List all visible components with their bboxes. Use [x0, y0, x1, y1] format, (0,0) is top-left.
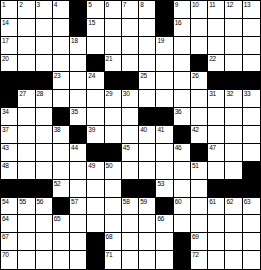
grid-cell[interactable]	[243, 215, 260, 233]
grid-cell[interactable]	[105, 19, 122, 37]
grid-cell[interactable]	[225, 162, 242, 180]
clue-number: 68	[106, 233, 113, 240]
grid-cell[interactable]	[122, 215, 139, 233]
grid-cell[interactable]	[191, 215, 208, 233]
grid-cell[interactable]: 7	[122, 1, 139, 19]
clue-number: 17	[2, 37, 9, 44]
clue-number: 24	[88, 72, 95, 79]
clue-number: 42	[192, 126, 199, 133]
grid-cell[interactable]: 55	[18, 198, 35, 216]
black-cell	[174, 233, 191, 251]
grid-cell[interactable]	[105, 198, 122, 216]
grid-cell[interactable]: 38	[53, 126, 70, 144]
grid-cell[interactable]	[53, 251, 70, 269]
black-cell	[18, 72, 35, 90]
grid-cell[interactable]	[208, 108, 225, 126]
grid-cell[interactable]	[156, 144, 173, 162]
grid-cell[interactable]: 15	[87, 19, 104, 37]
black-cell	[53, 198, 70, 216]
grid-cell[interactable]: 33	[243, 90, 260, 108]
clue-number: 32	[226, 90, 233, 97]
grid-cell[interactable]	[156, 233, 173, 251]
black-cell	[156, 198, 173, 216]
clue-number: 60	[175, 198, 182, 205]
grid-cell[interactable]: 10	[191, 1, 208, 19]
grid-cell[interactable]	[225, 37, 242, 55]
grid-cell[interactable]	[139, 251, 156, 269]
grid-cell[interactable]	[191, 180, 208, 198]
clue-number: 9	[175, 1, 178, 8]
clue-number: 2	[19, 1, 22, 8]
grid-cell[interactable]: 53	[156, 180, 173, 198]
black-cell	[1, 72, 18, 90]
grid-cell[interactable]	[18, 215, 35, 233]
grid-cell[interactable]	[243, 55, 260, 73]
grid-cell[interactable]: 41	[156, 126, 173, 144]
grid-cell[interactable]: 59	[139, 198, 156, 216]
black-cell	[191, 55, 208, 73]
clue-number: 13	[244, 1, 251, 8]
clue-number: 14	[2, 19, 9, 26]
grid-cell[interactable]	[174, 180, 191, 198]
black-cell	[87, 144, 104, 162]
grid-cell[interactable]	[139, 162, 156, 180]
clue-number: 54	[2, 198, 9, 205]
clue-number: 44	[71, 144, 78, 151]
grid-cell[interactable]: 72	[191, 251, 208, 269]
grid-cell[interactable]: 29	[105, 90, 122, 108]
clue-number: 18	[71, 37, 78, 44]
black-cell	[122, 72, 139, 90]
grid-cell[interactable]	[174, 55, 191, 73]
grid-cell[interactable]: 61	[208, 198, 225, 216]
grid-cell[interactable]: 8	[139, 1, 156, 19]
grid-cell[interactable]	[36, 37, 53, 55]
grid-cell[interactable]	[36, 126, 53, 144]
clue-number: 48	[2, 162, 9, 169]
clue-number: 39	[88, 126, 95, 133]
grid-cell[interactable]	[243, 126, 260, 144]
grid-cell[interactable]	[53, 162, 70, 180]
black-cell	[70, 126, 87, 144]
grid-cell[interactable]: 35	[70, 108, 87, 126]
grid-cell[interactable]	[18, 233, 35, 251]
grid-cell[interactable]	[53, 19, 70, 37]
black-cell	[70, 1, 87, 19]
grid-cell[interactable]: 63	[243, 198, 260, 216]
black-cell	[243, 162, 260, 180]
clue-number: 34	[2, 108, 9, 115]
grid-cell[interactable]	[139, 144, 156, 162]
clue-number: 64	[2, 215, 9, 222]
grid-cell[interactable]: 51	[191, 162, 208, 180]
clue-number: 28	[37, 90, 44, 97]
grid-cell[interactable]	[36, 19, 53, 37]
grid-cell[interactable]: 66	[156, 215, 173, 233]
clue-number: 21	[106, 55, 113, 62]
clue-number: 38	[54, 126, 61, 133]
clue-number: 65	[54, 215, 61, 222]
grid-cell[interactable]: 39	[87, 126, 104, 144]
grid-cell[interactable]: 62	[225, 198, 242, 216]
grid-cell[interactable]	[70, 233, 87, 251]
grid-cell[interactable]: 44	[70, 144, 87, 162]
grid-cell[interactable]	[70, 180, 87, 198]
clue-number: 63	[244, 198, 251, 205]
grid-cell[interactable]	[225, 108, 242, 126]
grid-cell[interactable]	[139, 37, 156, 55]
grid-cell[interactable]	[53, 55, 70, 73]
grid-cell[interactable]: 13	[243, 1, 260, 19]
black-cell	[225, 72, 242, 90]
grid-cell[interactable]	[243, 233, 260, 251]
grid-cell[interactable]	[18, 37, 35, 55]
grid-cell[interactable]: 1	[1, 1, 18, 19]
grid-cell[interactable]	[18, 108, 35, 126]
black-cell	[208, 180, 225, 198]
clue-number: 25	[140, 72, 147, 79]
grid-cell[interactable]: 68	[105, 233, 122, 251]
grid-cell[interactable]	[243, 251, 260, 269]
grid-cell[interactable]	[191, 198, 208, 216]
grid-cell[interactable]	[174, 162, 191, 180]
clue-number: 26	[192, 72, 199, 79]
grid-cell[interactable]	[36, 215, 53, 233]
grid-cell[interactable]	[243, 108, 260, 126]
grid-cell[interactable]	[36, 162, 53, 180]
black-cell	[87, 233, 104, 251]
clue-number: 16	[175, 19, 182, 26]
grid-cell[interactable]: 69	[191, 233, 208, 251]
grid-cell[interactable]	[87, 215, 104, 233]
grid-cell[interactable]: 70	[1, 251, 18, 269]
grid-cell[interactable]	[208, 37, 225, 55]
clue-number: 33	[244, 90, 251, 97]
crossword-board: 1234567891011121314151617181920212223242…	[0, 0, 261, 270]
grid-cell[interactable]: 54	[1, 198, 18, 216]
grid-cell[interactable]: 5	[87, 1, 104, 19]
grid-cell[interactable]	[208, 19, 225, 37]
grid-cell[interactable]: 21	[105, 55, 122, 73]
grid-cell[interactable]	[191, 37, 208, 55]
grid-cell[interactable]: 47	[208, 144, 225, 162]
grid-cell[interactable]: 49	[87, 162, 104, 180]
black-cell	[36, 72, 53, 90]
grid-cell[interactable]	[70, 55, 87, 73]
grid-cell[interactable]	[225, 55, 242, 73]
grid-cell[interactable]	[53, 233, 70, 251]
grid-cell[interactable]	[139, 215, 156, 233]
clue-number: 37	[2, 126, 9, 133]
grid-cell[interactable]	[243, 144, 260, 162]
clue-number: 57	[71, 198, 78, 205]
clue-number: 53	[157, 180, 164, 187]
grid-cell[interactable]	[70, 90, 87, 108]
clue-number: 58	[123, 198, 130, 205]
clue-number: 47	[209, 144, 216, 151]
grid-cell[interactable]	[208, 233, 225, 251]
grid-cell[interactable]	[139, 55, 156, 73]
grid-cell[interactable]: 4	[53, 1, 70, 19]
grid-cell[interactable]: 31	[208, 90, 225, 108]
black-cell	[243, 180, 260, 198]
grid-cell[interactable]	[156, 72, 173, 90]
grid-cell[interactable]: 58	[122, 198, 139, 216]
grid-cell[interactable]	[105, 215, 122, 233]
crossword-grid: 1234567891011121314151617181920212223242…	[0, 0, 261, 270]
black-cell	[87, 251, 104, 269]
black-cell	[105, 72, 122, 90]
black-cell	[1, 90, 18, 108]
grid-cell[interactable]	[156, 90, 173, 108]
grid-cell[interactable]: 25	[139, 72, 156, 90]
clue-number: 11	[209, 1, 215, 8]
grid-cell[interactable]	[53, 90, 70, 108]
clue-number: 49	[88, 162, 95, 169]
grid-cell[interactable]: 30	[122, 90, 139, 108]
black-cell	[53, 108, 70, 126]
clue-number: 72	[192, 251, 199, 258]
grid-cell[interactable]	[70, 251, 87, 269]
clue-number: 67	[2, 233, 9, 240]
grid-cell[interactable]: 60	[174, 198, 191, 216]
grid-cell[interactable]	[87, 90, 104, 108]
black-cell	[156, 19, 173, 37]
clue-number: 51	[192, 162, 199, 169]
grid-cell[interactable]	[53, 37, 70, 55]
grid-cell[interactable]: 19	[156, 37, 173, 55]
grid-cell[interactable]	[36, 144, 53, 162]
grid-cell[interactable]	[122, 37, 139, 55]
clue-number: 50	[106, 162, 113, 169]
grid-cell[interactable]	[87, 108, 104, 126]
black-cell	[191, 144, 208, 162]
grid-cell[interactable]: 17	[1, 37, 18, 55]
grid-cell[interactable]: 16	[174, 19, 191, 37]
grid-cell[interactable]: 20	[1, 55, 18, 73]
grid-cell[interactable]: 57	[70, 198, 87, 216]
grid-cell[interactable]: 11	[208, 1, 225, 19]
grid-cell[interactable]	[225, 144, 242, 162]
clue-number: 71	[106, 251, 113, 258]
clue-number: 69	[192, 233, 199, 240]
grid-cell[interactable]	[122, 162, 139, 180]
grid-cell[interactable]: 71	[105, 251, 122, 269]
grid-cell[interactable]	[105, 37, 122, 55]
clue-number: 52	[54, 180, 61, 187]
grid-cell[interactable]	[87, 37, 104, 55]
black-cell	[208, 72, 225, 90]
clue-number: 19	[157, 37, 164, 44]
grid-cell[interactable]: 45	[122, 144, 139, 162]
grid-cell[interactable]	[18, 162, 35, 180]
grid-cell[interactable]: 34	[1, 108, 18, 126]
grid-cell[interactable]	[70, 215, 87, 233]
grid-cell[interactable]	[105, 126, 122, 144]
grid-cell[interactable]: 36	[174, 108, 191, 126]
grid-cell[interactable]: 43	[1, 144, 18, 162]
grid-cell[interactable]	[36, 55, 53, 73]
grid-cell[interactable]	[87, 180, 104, 198]
clue-number: 3	[37, 1, 40, 8]
grid-cell[interactable]: 24	[87, 72, 104, 90]
clue-number: 4	[54, 1, 57, 8]
grid-cell[interactable]	[156, 251, 173, 269]
grid-cell[interactable]	[36, 108, 53, 126]
grid-cell[interactable]: 27	[18, 90, 35, 108]
clue-number: 41	[157, 126, 164, 133]
grid-cell[interactable]	[225, 126, 242, 144]
clue-number: 27	[19, 90, 26, 97]
grid-cell[interactable]	[174, 90, 191, 108]
black-cell	[156, 108, 173, 126]
grid-cell[interactable]	[139, 90, 156, 108]
clue-number: 8	[140, 1, 143, 8]
clue-number: 35	[71, 108, 78, 115]
grid-cell[interactable]	[36, 251, 53, 269]
grid-cell[interactable]: 9	[174, 1, 191, 19]
clue-number: 1	[2, 1, 5, 8]
clue-number: 29	[106, 90, 113, 97]
clue-number: 43	[2, 144, 9, 151]
grid-cell[interactable]	[208, 126, 225, 144]
clue-number: 30	[123, 90, 130, 97]
grid-cell[interactable]: 64	[1, 215, 18, 233]
black-cell	[1, 180, 18, 198]
grid-cell[interactable]: 2	[18, 1, 35, 19]
grid-cell[interactable]: 50	[105, 162, 122, 180]
grid-cell[interactable]	[18, 126, 35, 144]
clue-number: 20	[2, 55, 9, 62]
grid-cell[interactable]	[191, 19, 208, 37]
grid-cell[interactable]	[243, 37, 260, 55]
clue-number: 55	[19, 198, 26, 205]
grid-cell[interactable]	[122, 19, 139, 37]
grid-cell[interactable]: 12	[225, 1, 242, 19]
grid-cell[interactable]	[139, 19, 156, 37]
grid-cell[interactable]: 23	[53, 72, 70, 90]
clue-number: 62	[226, 198, 233, 205]
grid-cell[interactable]: 26	[191, 72, 208, 90]
grid-cell[interactable]	[18, 19, 35, 37]
grid-cell[interactable]	[122, 108, 139, 126]
grid-cell[interactable]	[191, 108, 208, 126]
clue-number: 46	[175, 144, 182, 151]
grid-cell[interactable]	[156, 55, 173, 73]
clue-number: 56	[37, 198, 44, 205]
grid-cell[interactable]: 46	[174, 144, 191, 162]
grid-cell[interactable]	[174, 37, 191, 55]
grid-cell[interactable]	[225, 215, 242, 233]
clue-number: 5	[88, 1, 91, 8]
clue-number: 45	[123, 144, 130, 151]
black-cell	[139, 108, 156, 126]
grid-cell[interactable]	[122, 251, 139, 269]
clue-number: 10	[192, 1, 199, 8]
black-cell	[139, 180, 156, 198]
grid-cell[interactable]	[225, 251, 242, 269]
grid-cell[interactable]: 48	[1, 162, 18, 180]
grid-cell[interactable]	[208, 251, 225, 269]
clue-number: 12	[226, 1, 233, 8]
clue-number: 22	[209, 55, 216, 62]
grid-cell[interactable]	[156, 162, 173, 180]
grid-cell[interactable]: 56	[36, 198, 53, 216]
grid-cell[interactable]	[122, 233, 139, 251]
grid-cell[interactable]	[225, 233, 242, 251]
grid-cell[interactable]: 65	[53, 215, 70, 233]
clue-number: 36	[175, 108, 182, 115]
grid-cell[interactable]	[18, 144, 35, 162]
grid-cell[interactable]: 6	[105, 1, 122, 19]
black-cell	[122, 180, 139, 198]
black-cell	[156, 1, 173, 19]
grid-cell[interactable]	[70, 162, 87, 180]
grid-cell[interactable]	[70, 72, 87, 90]
clue-number: 6	[106, 1, 109, 8]
clue-number: 7	[123, 1, 126, 8]
grid-cell[interactable]	[18, 55, 35, 73]
black-cell	[105, 144, 122, 162]
black-cell	[87, 55, 104, 73]
grid-cell[interactable]: 22	[208, 55, 225, 73]
grid-cell[interactable]	[105, 180, 122, 198]
grid-cell[interactable]: 18	[70, 37, 87, 55]
grid-cell[interactable]: 3	[36, 1, 53, 19]
grid-cell[interactable]	[122, 126, 139, 144]
clue-number: 31	[209, 90, 216, 97]
grid-cell[interactable]	[208, 162, 225, 180]
clue-number: 59	[140, 198, 147, 205]
grid-cell[interactable]: 14	[1, 19, 18, 37]
clue-number: 15	[88, 19, 95, 26]
grid-cell[interactable]: 28	[36, 90, 53, 108]
black-cell	[174, 126, 191, 144]
black-cell	[36, 180, 53, 198]
grid-cell[interactable]	[174, 72, 191, 90]
grid-cell[interactable]	[87, 198, 104, 216]
grid-cell[interactable]: 67	[1, 233, 18, 251]
black-cell	[174, 251, 191, 269]
grid-cell[interactable]	[174, 215, 191, 233]
grid-cell[interactable]	[53, 144, 70, 162]
black-cell	[70, 19, 87, 37]
clue-number: 23	[54, 72, 61, 79]
grid-cell[interactable]: 52	[53, 180, 70, 198]
grid-cell[interactable]	[105, 108, 122, 126]
grid-cell[interactable]: 42	[191, 126, 208, 144]
clue-number: 66	[157, 215, 164, 222]
grid-cell[interactable]	[139, 233, 156, 251]
black-cell	[225, 180, 242, 198]
grid-cell[interactable]: 32	[225, 90, 242, 108]
grid-cell[interactable]	[18, 251, 35, 269]
clue-number: 61	[209, 198, 216, 205]
clue-number: 70	[2, 251, 9, 258]
grid-cell[interactable]: 37	[1, 126, 18, 144]
black-cell	[18, 180, 35, 198]
grid-cell[interactable]	[243, 19, 260, 37]
grid-cell[interactable]	[225, 19, 242, 37]
clue-number: 40	[140, 126, 147, 133]
grid-cell[interactable]	[191, 90, 208, 108]
grid-cell[interactable]	[36, 233, 53, 251]
grid-cell[interactable]	[122, 55, 139, 73]
black-cell	[243, 72, 260, 90]
grid-cell[interactable]	[208, 215, 225, 233]
grid-cell[interactable]: 40	[139, 126, 156, 144]
